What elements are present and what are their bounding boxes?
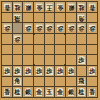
square-2b[interactable]: 角 [77,13,87,23]
square-9c[interactable]: 歩 [2,23,12,33]
piece-glyph: 香 [89,89,95,95]
piece-glyph: 歩 [46,68,52,74]
square-2e[interactable] [77,45,87,55]
square-4f[interactable] [55,55,65,65]
square-6c[interactable]: 歩 [34,23,44,33]
piece-glyph: 歩 [78,25,84,31]
square-7d[interactable] [23,34,33,44]
piece-glyph: 金 [57,4,63,10]
square-5d[interactable] [45,34,55,44]
square-6a[interactable]: 金 [34,2,44,12]
gote-knight-piece[interactable]: 桂 [13,2,22,11]
square-3c[interactable]: 歩 [66,23,76,33]
square-7h[interactable] [23,77,33,87]
square-4g[interactable]: 歩 [55,66,65,76]
square-4i[interactable]: 金 [55,87,65,97]
square-9a[interactable]: 香 [2,2,12,12]
square-5e[interactable] [45,45,55,55]
hoshi-star-point [33,33,35,35]
gote-knight-piece[interactable]: 桂 [77,2,86,11]
sente-pawn-piece[interactable]: 歩 [77,55,86,64]
piece-glyph: 歩 [25,25,31,31]
square-7f[interactable] [23,55,33,65]
gote-silver-piece[interactable]: 銀 [24,2,33,11]
piece-glyph: 銀 [68,4,74,10]
square-6f[interactable] [34,55,44,65]
square-4h[interactable] [55,77,65,87]
piece-glyph: 歩 [14,68,20,74]
square-3h[interactable] [66,77,76,87]
square-9g[interactable]: 歩 [2,66,12,76]
piece-glyph: 玉 [46,89,52,95]
piece-glyph: 歩 [46,25,52,31]
square-9f[interactable] [2,55,12,65]
square-1h[interactable] [87,77,97,87]
square-2c[interactable]: 歩 [77,23,87,33]
piece-glyph: 飛 [14,15,20,21]
square-6d[interactable] [34,34,44,44]
square-5i[interactable]: 玉 [45,87,55,97]
square-3f[interactable] [66,55,76,65]
gote-bishop-piece[interactable]: 角 [77,13,86,22]
square-5b[interactable] [45,13,55,23]
square-6i[interactable]: 金 [34,87,44,97]
square-3d[interactable] [66,34,76,44]
sente-pawn-piece[interactable]: 歩 [35,66,44,75]
piece-glyph: 桂 [78,89,84,95]
piece-glyph: 香 [4,89,10,95]
sente-pawn-piece[interactable]: 歩 [45,66,54,75]
sente-rook-piece[interactable]: 飛 [77,77,86,86]
square-5a[interactable]: 王 [45,2,55,12]
piece-glyph: 金 [36,4,42,10]
square-7c[interactable]: 歩 [23,23,33,33]
gote-pawn-piece[interactable]: 歩 [77,23,86,32]
square-8c[interactable] [13,23,23,33]
piece-glyph: 金 [57,89,63,95]
piece-glyph: 歩 [89,68,95,74]
square-8f[interactable] [13,55,23,65]
piece-glyph: 歩 [78,57,84,63]
square-4c[interactable]: 歩 [55,23,65,33]
piece-glyph: 王 [46,4,52,10]
piece-glyph: 歩 [25,68,31,74]
square-8h[interactable]: 角 [13,77,23,87]
piece-glyph: 歩 [57,68,63,74]
square-7a[interactable]: 銀 [23,2,33,12]
sente-lance-piece[interactable]: 香 [88,87,97,96]
piece-glyph: 銀 [25,89,31,95]
square-1b[interactable] [87,13,97,23]
gote-lance-piece[interactable]: 香 [88,2,97,11]
square-5c[interactable]: 歩 [45,23,55,33]
square-8a[interactable]: 桂 [13,2,23,12]
square-8d[interactable]: 歩 [13,34,23,44]
square-3e[interactable] [66,45,76,55]
sente-pawn-piece[interactable]: 歩 [88,66,97,75]
shogi-board-grid: 香桂銀金王金銀桂香飛角歩歩歩歩歩歩歩歩歩歩歩歩歩歩歩歩歩歩角飛香桂銀金玉金銀桂香 [1,1,98,98]
sente-bishop-piece[interactable]: 角 [13,77,22,86]
square-8b[interactable]: 飛 [13,13,23,23]
piece-glyph: 銀 [68,89,74,95]
sente-lance-piece[interactable]: 香 [3,87,12,96]
square-9i[interactable]: 香 [2,87,12,97]
gote-king-piece[interactable]: 王 [45,2,54,11]
square-1f[interactable] [87,55,97,65]
sente-gold-piece[interactable]: 金 [56,87,65,96]
gote-rook-piece[interactable]: 飛 [13,13,22,22]
square-8e[interactable] [13,45,23,55]
hoshi-star-point [33,64,35,66]
gote-pawn-piece[interactable]: 歩 [3,23,12,32]
square-2g[interactable] [77,66,87,76]
square-2h[interactable]: 飛 [77,77,87,87]
square-1e[interactable] [87,45,97,55]
gote-lance-piece[interactable]: 香 [3,2,12,11]
piece-glyph: 桂 [78,4,84,10]
square-5g[interactable]: 歩 [45,66,55,76]
sente-knight-piece[interactable]: 桂 [77,87,86,96]
piece-glyph: 歩 [68,68,74,74]
square-6h[interactable] [34,77,44,87]
square-1d[interactable] [87,34,97,44]
piece-glyph: 金 [36,89,42,95]
gote-pawn-piece[interactable]: 歩 [67,23,76,32]
shogi-board: 香桂銀金王金銀桂香飛角歩歩歩歩歩歩歩歩歩歩歩歩歩歩歩歩歩歩角飛香桂銀金玉金銀桂香 [0,0,100,100]
square-4e[interactable] [55,45,65,55]
sente-pawn-piece[interactable]: 歩 [24,66,33,75]
piece-glyph: 歩 [14,36,20,42]
gote-pawn-piece[interactable]: 歩 [35,23,44,32]
square-6g[interactable]: 歩 [34,66,44,76]
square-2f[interactable]: 歩 [77,55,87,65]
square-1g[interactable]: 歩 [87,66,97,76]
piece-glyph: 歩 [4,25,10,31]
sente-pawn-piece[interactable]: 歩 [13,66,22,75]
square-7g[interactable]: 歩 [23,66,33,76]
sente-pawn-piece[interactable]: 歩 [67,66,76,75]
piece-glyph: 歩 [4,68,10,74]
sente-pawn-piece[interactable]: 歩 [56,66,65,75]
piece-glyph: 角 [14,78,20,84]
gote-pawn-piece[interactable]: 歩 [88,23,97,32]
piece-glyph: 香 [89,4,95,10]
sente-silver-piece[interactable]: 銀 [67,87,76,96]
square-5f[interactable] [45,55,55,65]
square-7e[interactable] [23,45,33,55]
square-7b[interactable] [23,13,33,23]
square-4d[interactable] [55,34,65,44]
gote-pawn-piece[interactable]: 歩 [56,23,65,32]
piece-glyph: 桂 [14,89,20,95]
square-7i[interactable]: 銀 [23,87,33,97]
piece-glyph: 歩 [68,25,74,31]
square-5h[interactable] [45,77,55,87]
square-2i[interactable]: 桂 [77,87,87,97]
gote-gold-piece[interactable]: 金 [35,2,44,11]
square-9b[interactable] [2,13,12,23]
piece-glyph: 歩 [57,25,63,31]
square-6b[interactable] [34,13,44,23]
square-2a[interactable]: 桂 [77,2,87,12]
square-1a[interactable]: 香 [87,2,97,12]
square-6e[interactable] [34,45,44,55]
gote-silver-piece[interactable]: 銀 [67,2,76,11]
hoshi-star-point [64,64,66,66]
sente-gold-piece[interactable]: 金 [35,87,44,96]
gote-pawn-piece[interactable]: 歩 [13,34,22,43]
square-3a[interactable]: 銀 [66,2,76,12]
square-4b[interactable] [55,13,65,23]
square-4a[interactable]: 金 [55,2,65,12]
piece-glyph: 飛 [78,78,84,84]
piece-glyph: 桂 [14,4,20,10]
piece-glyph: 香 [4,4,10,10]
gote-gold-piece[interactable]: 金 [56,2,65,11]
gote-pawn-piece[interactable]: 歩 [24,23,33,32]
square-3b[interactable] [66,13,76,23]
gote-pawn-piece[interactable]: 歩 [45,23,54,32]
hoshi-star-point [64,33,66,35]
sente-silver-piece[interactable]: 銀 [24,87,33,96]
square-3g[interactable]: 歩 [66,66,76,76]
piece-glyph: 銀 [25,4,31,10]
piece-glyph: 歩 [36,25,42,31]
sente-knight-piece[interactable]: 桂 [13,87,22,96]
square-9d[interactable] [2,34,12,44]
piece-glyph: 角 [78,15,84,21]
square-3i[interactable]: 銀 [66,87,76,97]
square-2d[interactable] [77,34,87,44]
square-1c[interactable]: 歩 [87,23,97,33]
sente-king-piece[interactable]: 玉 [45,87,54,96]
square-1i[interactable]: 香 [87,87,97,97]
sente-pawn-piece[interactable]: 歩 [3,66,12,75]
square-9e[interactable] [2,45,12,55]
piece-glyph: 歩 [36,68,42,74]
square-8g[interactable]: 歩 [13,66,23,76]
square-9h[interactable] [2,77,12,87]
piece-glyph: 歩 [89,25,95,31]
square-8i[interactable]: 桂 [13,87,23,97]
